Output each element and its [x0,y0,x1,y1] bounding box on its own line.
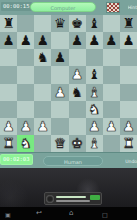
black-pawn: ♟ [103,32,120,49]
square-d3[interactable] [51,101,68,118]
square-g1[interactable] [103,135,120,152]
mini-chessboard-icon[interactable] [106,2,120,13]
square-d7[interactable] [51,32,68,49]
square-c2[interactable]: ♟ [34,118,51,135]
square-c7[interactable]: ♟ [34,32,51,49]
square-g3[interactable] [103,101,120,118]
square-b7[interactable]: ♟ [17,32,34,49]
black-pawn: ♟ [34,32,51,49]
square-e5[interactable]: ♟ [69,66,86,83]
hint-button[interactable]: Hint [128,5,137,11]
square-g4[interactable] [103,84,120,101]
square-b4[interactable] [17,84,34,101]
square-h6[interactable] [120,49,137,66]
black-knight: ♞ [69,84,86,101]
square-h5[interactable] [120,66,137,83]
square-g8[interactable] [103,15,120,32]
black-pawn: ♟ [17,32,34,49]
white-pawn: ♟ [103,118,120,135]
square-d5[interactable] [51,66,68,83]
square-b1[interactable]: ♞ [17,135,34,152]
square-c4[interactable] [34,84,51,101]
square-f2[interactable]: ♟ [86,118,103,135]
human-player-button[interactable]: Human [43,156,103,166]
square-f8[interactable]: ♝ [86,15,103,32]
white-pawn: ♟ [34,118,51,135]
bottom-player-bar: 00:02:03 Human Undo [0,152,137,168]
black-queen: ♛ [51,15,68,32]
computer-player-button[interactable]: Computer [30,2,96,12]
square-e7[interactable]: ♟ [69,32,86,49]
square-c8[interactable] [34,15,51,32]
white-pawn: ♟ [51,84,68,101]
black-pawn: ♟ [0,32,17,49]
white-pawn: ♟ [0,118,17,135]
toast-text-line-2 [56,200,90,202]
undo-button[interactable]: Undo [125,159,137,165]
square-a4[interactable] [0,84,17,101]
black-pawn: ♟ [69,32,86,49]
toast-text [56,196,91,202]
black-bishop: ♝ [86,15,103,32]
square-d6[interactable]: ♟ [51,49,68,66]
square-c5[interactable] [34,66,51,83]
black-pawn: ♟ [120,32,137,49]
square-b2[interactable]: ♟ [17,118,34,135]
square-a3[interactable] [0,101,17,118]
square-f4[interactable]: ♝ [86,84,103,101]
square-d1[interactable]: ♛ [51,135,68,152]
black-rook: ♜ [0,15,17,32]
screenshot-icon[interactable]: ▣ [5,210,11,219]
top-player-bar: 00:00:15 Computer Hint [0,0,137,15]
square-h4[interactable] [120,84,137,101]
square-a2[interactable]: ♟ [0,118,17,135]
square-g5[interactable] [103,66,120,83]
square-f1[interactable]: ♝ [86,135,103,152]
square-g2[interactable]: ♟ [103,118,120,135]
square-h3[interactable] [120,101,137,118]
home-icon[interactable]: ⌂ [69,209,73,218]
square-h7[interactable]: ♟ [120,32,137,49]
square-c1[interactable] [34,135,51,152]
toast-text-line-1 [56,196,86,199]
square-d8[interactable]: ♛ [51,15,68,32]
square-g6[interactable] [103,49,120,66]
chess-board: ♜♛♚♝♜♟♟♟♟♟♟♟♞♟♟♝♟♞♝♞♟♟♟♟♟♟♜♞♛♚♝♜ [0,15,137,152]
human-clock: 00:02:03 [1,155,32,164]
square-e8[interactable]: ♚ [69,15,86,32]
recents-icon[interactable]: □ [102,210,108,219]
square-f6[interactable] [86,49,103,66]
white-pawn: ♟ [86,118,103,135]
black-pawn: ♟ [86,32,103,49]
square-e3[interactable] [69,101,86,118]
toast-app-icon [46,195,54,203]
black-king: ♚ [69,15,86,32]
chess-app-screen: 00:00:15 Computer Hint ♜♛♚♝♜♟♟♟♟♟♟♟♞♟♟♝♟… [0,0,137,220]
black-bishop: ♝ [86,66,103,83]
white-bishop: ♝ [86,135,103,152]
white-pawn: ♟ [69,66,86,83]
white-knight: ♞ [86,101,103,118]
square-f5[interactable]: ♝ [86,66,103,83]
white-pawn: ♟ [17,118,34,135]
white-pawn: ♟ [120,118,137,135]
white-king: ♚ [69,135,86,152]
square-e1[interactable]: ♚ [69,135,86,152]
square-h2[interactable]: ♟ [120,118,137,135]
black-pawn: ♟ [51,49,68,66]
square-a5[interactable] [0,66,17,83]
white-knight: ♞ [17,135,34,152]
square-a1[interactable]: ♜ [0,135,17,152]
black-rook: ♜ [120,15,137,32]
white-bishop: ♝ [86,84,103,101]
black-knight: ♞ [34,49,51,66]
toast-badge [90,195,100,200]
square-b5[interactable] [17,66,34,83]
back-icon[interactable]: ↩ [36,209,42,218]
square-g7[interactable]: ♟ [103,32,120,49]
white-rook: ♜ [120,135,137,152]
square-e4[interactable]: ♞ [69,84,86,101]
square-c3[interactable] [34,101,51,118]
square-b8[interactable] [17,15,34,32]
square-c6[interactable]: ♞ [34,49,51,66]
computer-clock: 00:00:15 [1,2,32,11]
square-a8[interactable]: ♜ [0,15,17,32]
android-nav-bar: ▣ ↩ ⌂ □ [0,207,137,220]
notification-toast[interactable] [44,192,102,205]
square-d2[interactable] [51,118,68,135]
square-h1[interactable]: ♜ [120,135,137,152]
square-e2[interactable] [69,118,86,135]
square-b3[interactable] [17,101,34,118]
square-a6[interactable] [0,49,17,66]
white-queen: ♛ [51,135,68,152]
square-b6[interactable] [17,49,34,66]
square-f7[interactable]: ♟ [86,32,103,49]
white-rook: ♜ [0,135,17,152]
square-e6[interactable] [69,49,86,66]
square-h8[interactable]: ♜ [120,15,137,32]
square-a7[interactable]: ♟ [0,32,17,49]
square-f3[interactable]: ♞ [86,101,103,118]
square-d4[interactable]: ♟ [51,84,68,101]
